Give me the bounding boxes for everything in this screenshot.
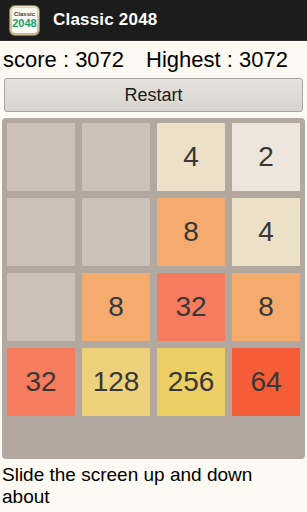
- title-bar: Classic 2048 Classic 2048: [0, 0, 307, 41]
- score-value: score : 3072: [3, 47, 124, 73]
- tile-128: 128: [82, 348, 150, 416]
- tile-8: 8: [82, 273, 150, 341]
- highest-value: Highest : 3072: [146, 47, 288, 73]
- tile-32: 32: [7, 348, 75, 416]
- empty-cell: [7, 273, 75, 341]
- empty-cell: [7, 123, 75, 191]
- page-title: Classic 2048: [53, 10, 157, 30]
- tile-8: 8: [157, 198, 225, 266]
- tile-4: 4: [157, 123, 225, 191]
- tile-4: 4: [232, 198, 300, 266]
- empty-cell: [7, 198, 75, 266]
- app-icon-2048-text: 2048: [12, 18, 36, 29]
- tile-2: 2: [232, 123, 300, 191]
- restart-button[interactable]: Restart: [4, 78, 303, 112]
- tile-8: 8: [232, 273, 300, 341]
- tile-64: 64: [232, 348, 300, 416]
- tile-grid: 428483283212825664: [7, 123, 300, 416]
- empty-cell: [82, 123, 150, 191]
- score-row: score : 3072 Highest : 3072: [0, 41, 307, 78]
- app-screen: { "game": "2048", "header": { "title": "…: [0, 0, 307, 512]
- instructions-line2: four game。: [2, 508, 305, 512]
- empty-cell: [82, 198, 150, 266]
- instructions: Slide the screen up and down about four …: [0, 459, 307, 512]
- instructions-line1: Slide the screen up and down about: [2, 464, 305, 508]
- app-icon-art: Classic 2048: [12, 8, 37, 33]
- tile-256: 256: [157, 348, 225, 416]
- tile-32: 32: [157, 273, 225, 341]
- app-icon: Classic 2048: [9, 5, 40, 36]
- game-board[interactable]: 428483283212825664: [2, 118, 305, 459]
